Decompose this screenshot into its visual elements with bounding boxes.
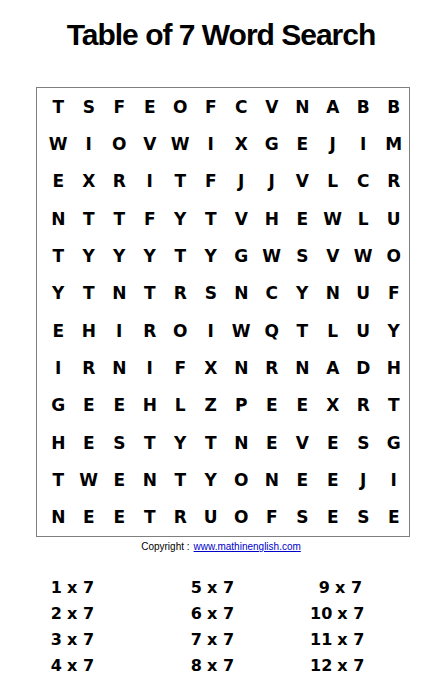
- grid-cell: G: [43, 387, 74, 424]
- grid-cell: S: [74, 88, 105, 125]
- grid-cell: W: [165, 125, 196, 162]
- multiplication-expression: 10x 7: [310, 601, 364, 627]
- grid-cell: P: [226, 387, 257, 424]
- grid-cell: J: [226, 163, 257, 200]
- grid-cell: T: [165, 163, 196, 200]
- grid-cell: Y: [43, 275, 74, 312]
- factor: 9: [310, 575, 330, 601]
- grid-cell: Y: [379, 312, 410, 349]
- grid-cell: H: [43, 424, 74, 461]
- grid-cell: T: [43, 237, 74, 274]
- grid-cell: R: [165, 275, 196, 312]
- grid-cell: R: [104, 163, 135, 200]
- grid-cell: F: [165, 349, 196, 386]
- grid-cell: E: [318, 461, 349, 498]
- multiplication-expression: 4x 7: [42, 653, 182, 679]
- multiplication-expression: 6x 7: [182, 601, 310, 627]
- grid-cell: E: [135, 88, 166, 125]
- grid-cell: E: [104, 461, 135, 498]
- grid-cell: W: [257, 237, 288, 274]
- grid-cell: S: [287, 499, 318, 536]
- grid-cell: A: [318, 349, 349, 386]
- multiplication-expression: 12x 7: [310, 653, 364, 679]
- grid-cell: S: [348, 424, 379, 461]
- copyright-line: Copyright :www.mathinenglish.com: [0, 541, 442, 553]
- grid-cell: Y: [196, 237, 227, 274]
- grid-cell: I: [104, 312, 135, 349]
- grid-cell: E: [74, 387, 105, 424]
- times-seven: x 7: [67, 604, 94, 623]
- grid-cell: X: [74, 163, 105, 200]
- copyright-label: Copyright :: [141, 541, 189, 552]
- grid-cell: E: [287, 200, 318, 237]
- times-seven: x 7: [207, 656, 234, 675]
- times-seven: x 7: [337, 604, 364, 623]
- grid-cell: G: [257, 125, 288, 162]
- times-seven: x 7: [67, 630, 94, 649]
- grid-cell: H: [74, 312, 105, 349]
- multiplication-expression: 3x 7: [42, 627, 182, 653]
- factor: 1: [42, 575, 62, 601]
- grid-cell: O: [165, 312, 196, 349]
- grid-cell: J: [348, 461, 379, 498]
- grid-cell: E: [104, 387, 135, 424]
- grid-cell: I: [74, 125, 105, 162]
- grid-cell: Y: [165, 200, 196, 237]
- grid-cell: M: [379, 125, 410, 162]
- grid-cell: T: [74, 275, 105, 312]
- grid-cell: N: [104, 275, 135, 312]
- grid-cell: I: [379, 461, 410, 498]
- grid-cell: W: [318, 200, 349, 237]
- multiplication-expression: 5x 7: [182, 575, 310, 601]
- grid-cell: T: [43, 88, 74, 125]
- grid-cell: E: [104, 499, 135, 536]
- grid-cell: W: [43, 125, 74, 162]
- grid-cell: E: [74, 424, 105, 461]
- multiplication-expression: 1x 7: [42, 575, 182, 601]
- grid-cell: U: [196, 499, 227, 536]
- grid-cell: C: [257, 275, 288, 312]
- times-seven: x 7: [207, 604, 234, 623]
- grid-cell: N: [135, 461, 166, 498]
- grid-cell: F: [379, 275, 410, 312]
- grid-cell: D: [348, 349, 379, 386]
- grid-cell: I: [43, 349, 74, 386]
- times-seven: x 7: [337, 656, 364, 675]
- factor: 8: [182, 653, 202, 679]
- grid-cell: E: [379, 499, 410, 536]
- grid-cell: N: [226, 275, 257, 312]
- multiplication-expression: 9x 7: [310, 575, 364, 601]
- grid-cell: O: [226, 461, 257, 498]
- grid-cell: O: [379, 237, 410, 274]
- grid-cell: T: [287, 312, 318, 349]
- grid-cell: T: [104, 200, 135, 237]
- grid-cell: V: [135, 125, 166, 162]
- problem-column: 9x 710x 711x 712x 7: [310, 575, 364, 679]
- grid-cell: X: [226, 125, 257, 162]
- grid-cell: G: [379, 424, 410, 461]
- grid-cell: Q: [257, 312, 288, 349]
- grid-cell: E: [257, 424, 288, 461]
- grid-cell: U: [348, 275, 379, 312]
- multiplication-list: 1x 72x 73x 74x 75x 76x 77x 78x 79x 710x …: [42, 575, 364, 679]
- times-seven: x 7: [207, 630, 234, 649]
- grid-cell: N: [43, 200, 74, 237]
- grid-cell: Y: [165, 424, 196, 461]
- grid-cell: Y: [74, 237, 105, 274]
- multiplication-expression: 2x 7: [42, 601, 182, 627]
- factor: 2: [42, 601, 62, 627]
- grid-cell: I: [196, 312, 227, 349]
- grid-cell: F: [135, 200, 166, 237]
- grid-cell: H: [257, 200, 288, 237]
- grid-cell: L: [348, 200, 379, 237]
- grid-cell: N: [226, 349, 257, 386]
- grid-cell: O: [165, 88, 196, 125]
- grid-cell: I: [348, 125, 379, 162]
- multiplication-expression: 8x 7: [182, 653, 310, 679]
- grid-cell: W: [226, 312, 257, 349]
- grid-cell: O: [226, 499, 257, 536]
- grid-cell: F: [104, 88, 135, 125]
- grid-cell: W: [74, 461, 105, 498]
- grid-cell: E: [287, 125, 318, 162]
- grid-cell: R: [135, 312, 166, 349]
- grid-cell: U: [379, 200, 410, 237]
- factor: 6: [182, 601, 202, 627]
- grid-cell: W: [348, 237, 379, 274]
- page-title: Table of 7 Word Search: [0, 18, 442, 52]
- factor: 5: [182, 575, 202, 601]
- grid-cell: E: [287, 387, 318, 424]
- times-seven: x 7: [67, 656, 94, 675]
- grid-cell: T: [196, 424, 227, 461]
- problem-column: 5x 76x 77x 78x 7: [182, 575, 310, 679]
- factor: 3: [42, 627, 62, 653]
- grid-cell: T: [135, 275, 166, 312]
- grid-cell: L: [318, 312, 349, 349]
- grid-cell: H: [379, 349, 410, 386]
- grid-cell: R: [165, 499, 196, 536]
- factor: 4: [42, 653, 62, 679]
- grid-cell: I: [196, 125, 227, 162]
- grid-cell: E: [257, 387, 288, 424]
- multiplication-expression: 7x 7: [182, 627, 310, 653]
- grid-cell: I: [135, 163, 166, 200]
- grid-cell: Y: [196, 461, 227, 498]
- grid-cell: V: [287, 424, 318, 461]
- grid-cell: E: [287, 461, 318, 498]
- grid-cell: L: [165, 387, 196, 424]
- grid-cell: C: [348, 163, 379, 200]
- copyright-link[interactable]: www.mathinenglish.com: [194, 541, 301, 552]
- grid-cell: T: [196, 200, 227, 237]
- grid-cell: T: [74, 200, 105, 237]
- grid-cell: H: [135, 387, 166, 424]
- grid-cell: S: [196, 275, 227, 312]
- grid-cell: T: [165, 461, 196, 498]
- grid-cell: G: [226, 237, 257, 274]
- grid-cell: T: [135, 499, 166, 536]
- grid-cell: X: [318, 387, 349, 424]
- grid-cell: X: [196, 349, 227, 386]
- grid-cell: E: [318, 424, 349, 461]
- factor: 12: [310, 653, 332, 679]
- grid-cell: N: [287, 349, 318, 386]
- grid-cell: F: [196, 88, 227, 125]
- grid-cell: E: [43, 163, 74, 200]
- grid-cell: V: [257, 88, 288, 125]
- grid-cell: R: [257, 349, 288, 386]
- grid-cell: J: [257, 163, 288, 200]
- grid-cell: F: [196, 163, 227, 200]
- grid-cell: Y: [135, 237, 166, 274]
- grid-cell: Y: [287, 275, 318, 312]
- grid-cell: N: [318, 275, 349, 312]
- grid-cell: T: [165, 237, 196, 274]
- grid-cell: E: [318, 499, 349, 536]
- grid-cell: E: [43, 312, 74, 349]
- grid-cell: S: [104, 424, 135, 461]
- grid-cell: L: [318, 163, 349, 200]
- factor: 11: [310, 627, 332, 653]
- grid-cell: N: [287, 88, 318, 125]
- times-seven: x 7: [207, 578, 234, 597]
- grid-cell: T: [135, 424, 166, 461]
- times-seven: x 7: [337, 630, 364, 649]
- grid-cell: C: [226, 88, 257, 125]
- grid-cell: O: [104, 125, 135, 162]
- grid-cell: V: [287, 163, 318, 200]
- grid-cell: N: [257, 461, 288, 498]
- factor: 10: [310, 601, 332, 627]
- times-seven: x 7: [67, 578, 94, 597]
- grid-cell: S: [287, 237, 318, 274]
- grid-cell: R: [379, 163, 410, 200]
- grid-cell: J: [318, 125, 349, 162]
- grid-cell: A: [318, 88, 349, 125]
- grid-cell: V: [318, 237, 349, 274]
- grid-cell: E: [74, 499, 105, 536]
- grid-cell: Z: [196, 387, 227, 424]
- grid-cell: N: [104, 349, 135, 386]
- multiplication-expression: 11x 7: [310, 627, 364, 653]
- grid-cell: V: [226, 200, 257, 237]
- grid-cell: T: [379, 387, 410, 424]
- grid-cell: R: [348, 387, 379, 424]
- grid-cell: I: [135, 349, 166, 386]
- grid-cell: R: [74, 349, 105, 386]
- grid-cell: U: [348, 312, 379, 349]
- grid-cell: B: [379, 88, 410, 125]
- grid-cell: F: [257, 499, 288, 536]
- grid-cell: B: [348, 88, 379, 125]
- grid-cell: N: [226, 424, 257, 461]
- problem-column: 1x 72x 73x 74x 7: [42, 575, 182, 679]
- grid-cell: Y: [104, 237, 135, 274]
- times-seven: x 7: [335, 578, 362, 597]
- word-search-grid: TSFEOFCVNABBWIOVWIXGEJIMEXRITFJJVLCRNTTF…: [36, 87, 410, 537]
- grid-cell: T: [43, 461, 74, 498]
- factor: 7: [182, 627, 202, 653]
- grid-cell: N: [43, 499, 74, 536]
- grid-cell: S: [348, 499, 379, 536]
